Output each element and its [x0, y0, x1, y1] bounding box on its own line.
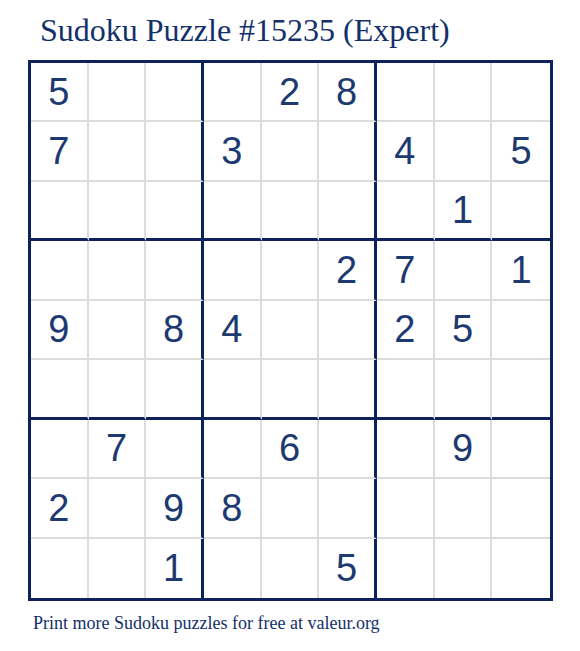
sudoku-cell-r9c1: [31, 539, 89, 598]
sudoku-board: 528734512719842576929815: [28, 60, 553, 601]
sudoku-cell-r2c3: [146, 122, 204, 181]
sudoku-cell-r7c2: 7: [89, 420, 147, 479]
sudoku-page: Sudoku Puzzle #15235 (Expert) 5287345127…: [0, 0, 580, 651]
sudoku-cell-r4c6: 2: [319, 241, 377, 300]
sudoku-cell-r2c9: 5: [492, 122, 550, 181]
sudoku-cell-r4c4: [204, 241, 262, 300]
sudoku-cell-r3c9: [492, 182, 550, 241]
sudoku-cell-r1c5: 2: [262, 63, 320, 122]
sudoku-cell-r6c6: [319, 360, 377, 419]
footer-text: Print more Sudoku puzzles for free at va…: [33, 613, 380, 634]
sudoku-cell-r8c9: [492, 479, 550, 538]
sudoku-cell-r9c9: [492, 539, 550, 598]
sudoku-cell-r5c8: 5: [435, 301, 493, 360]
sudoku-cell-r6c1: [31, 360, 89, 419]
sudoku-cell-r3c6: [319, 182, 377, 241]
sudoku-cell-r7c4: [204, 420, 262, 479]
sudoku-cell-r9c6: 5: [319, 539, 377, 598]
sudoku-cell-r6c3: [146, 360, 204, 419]
sudoku-cell-r9c8: [435, 539, 493, 598]
sudoku-cell-r5c3: 8: [146, 301, 204, 360]
sudoku-cell-r2c2: [89, 122, 147, 181]
sudoku-cell-r2c8: [435, 122, 493, 181]
sudoku-cell-r3c2: [89, 182, 147, 241]
sudoku-cell-r1c2: [89, 63, 147, 122]
sudoku-cell-r3c8: 1: [435, 182, 493, 241]
sudoku-cell-r9c2: [89, 539, 147, 598]
sudoku-cell-r4c5: [262, 241, 320, 300]
sudoku-cell-r3c5: [262, 182, 320, 241]
sudoku-cell-r8c1: 2: [31, 479, 89, 538]
sudoku-cell-r6c9: [492, 360, 550, 419]
sudoku-cell-r8c5: [262, 479, 320, 538]
sudoku-cell-r8c7: [377, 479, 435, 538]
sudoku-cell-r1c7: [377, 63, 435, 122]
sudoku-cell-r2c7: 4: [377, 122, 435, 181]
sudoku-cell-r3c7: [377, 182, 435, 241]
sudoku-cell-r4c9: 1: [492, 241, 550, 300]
sudoku-cell-r4c8: [435, 241, 493, 300]
sudoku-cell-r4c2: [89, 241, 147, 300]
sudoku-cell-r5c1: 9: [31, 301, 89, 360]
sudoku-cell-r9c3: 1: [146, 539, 204, 598]
sudoku-cell-r5c5: [262, 301, 320, 360]
sudoku-cell-r6c8: [435, 360, 493, 419]
sudoku-cell-r3c1: [31, 182, 89, 241]
sudoku-cell-r8c2: [89, 479, 147, 538]
sudoku-cell-r7c3: [146, 420, 204, 479]
sudoku-cell-r4c3: [146, 241, 204, 300]
sudoku-cell-r4c1: [31, 241, 89, 300]
sudoku-cell-r1c9: [492, 63, 550, 122]
sudoku-cell-r6c5: [262, 360, 320, 419]
sudoku-cell-r8c3: 9: [146, 479, 204, 538]
sudoku-cell-r7c5: 6: [262, 420, 320, 479]
sudoku-cell-r2c5: [262, 122, 320, 181]
sudoku-cell-r9c5: [262, 539, 320, 598]
sudoku-cell-r5c9: [492, 301, 550, 360]
sudoku-cell-r7c6: [319, 420, 377, 479]
sudoku-cell-r7c1: [31, 420, 89, 479]
sudoku-cell-r5c2: [89, 301, 147, 360]
sudoku-cell-r3c3: [146, 182, 204, 241]
sudoku-cell-r1c8: [435, 63, 493, 122]
sudoku-cell-r7c9: [492, 420, 550, 479]
sudoku-cell-r8c6: [319, 479, 377, 538]
sudoku-cell-r7c8: 9: [435, 420, 493, 479]
sudoku-cell-r1c1: 5: [31, 63, 89, 122]
sudoku-cell-r4c7: 7: [377, 241, 435, 300]
sudoku-cell-r3c4: [204, 182, 262, 241]
sudoku-cell-r1c4: [204, 63, 262, 122]
sudoku-cell-r5c7: 2: [377, 301, 435, 360]
sudoku-cell-r2c6: [319, 122, 377, 181]
page-title: Sudoku Puzzle #15235 (Expert): [40, 12, 450, 49]
sudoku-cell-r6c7: [377, 360, 435, 419]
sudoku-cell-r1c6: 8: [319, 63, 377, 122]
sudoku-cell-r7c7: [377, 420, 435, 479]
sudoku-cell-r6c2: [89, 360, 147, 419]
sudoku-cell-r8c4: 8: [204, 479, 262, 538]
sudoku-cell-r9c4: [204, 539, 262, 598]
sudoku-cell-r5c6: [319, 301, 377, 360]
sudoku-cell-r6c4: [204, 360, 262, 419]
sudoku-cell-r1c3: [146, 63, 204, 122]
sudoku-cell-r2c4: 3: [204, 122, 262, 181]
sudoku-cell-r5c4: 4: [204, 301, 262, 360]
sudoku-cell-r8c8: [435, 479, 493, 538]
sudoku-cell-r2c1: 7: [31, 122, 89, 181]
sudoku-cell-r9c7: [377, 539, 435, 598]
